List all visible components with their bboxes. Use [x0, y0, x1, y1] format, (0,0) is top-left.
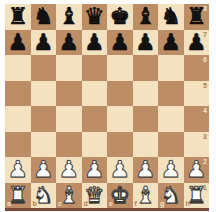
square-e6[interactable]	[107, 55, 133, 81]
square-b4[interactable]	[31, 106, 57, 132]
piece-black-pawn[interactable]: ♟	[186, 30, 207, 56]
square-h1[interactable]: ♜1h	[184, 183, 210, 209]
piece-white-knight[interactable]: ♞	[33, 183, 54, 209]
square-a3[interactable]	[5, 132, 31, 158]
square-d5[interactable]	[82, 81, 108, 107]
square-g3[interactable]	[158, 132, 184, 158]
square-d2[interactable]: ♟	[82, 157, 108, 183]
square-g5[interactable]	[158, 81, 184, 107]
square-f1[interactable]: ♝f	[133, 183, 159, 209]
square-g4[interactable]	[158, 106, 184, 132]
square-d4[interactable]	[82, 106, 108, 132]
piece-black-pawn[interactable]: ♟	[84, 30, 105, 56]
square-e4[interactable]	[107, 106, 133, 132]
rank-label-6: 6	[203, 56, 207, 63]
square-h4[interactable]: 4	[184, 106, 210, 132]
square-d7[interactable]: ♟	[82, 30, 108, 56]
piece-white-bishop[interactable]: ♝	[135, 183, 156, 209]
square-e2[interactable]: ♟	[107, 157, 133, 183]
square-b3[interactable]	[31, 132, 57, 158]
square-f6[interactable]	[133, 55, 159, 81]
piece-black-bishop[interactable]: ♝	[58, 4, 79, 30]
square-c2[interactable]: ♟	[56, 157, 82, 183]
piece-black-pawn[interactable]: ♟	[7, 30, 28, 56]
piece-black-rook[interactable]: ♜	[7, 4, 28, 30]
square-g8[interactable]: ♞	[158, 4, 184, 30]
square-e8[interactable]: ♚	[107, 4, 133, 30]
chess-board-frame: ♜♞♝♛♚♝♞♜8♟♟♟♟♟♟♟♟76543♟♟♟♟♟♟♟♟2♜a♞b♝c♛d♚…	[5, 4, 209, 211]
square-a4[interactable]	[5, 106, 31, 132]
piece-white-pawn[interactable]: ♟	[160, 157, 181, 183]
square-c7[interactable]: ♟	[56, 30, 82, 56]
square-a6[interactable]	[5, 55, 31, 81]
square-h7[interactable]: ♟7	[184, 30, 210, 56]
piece-white-knight[interactable]: ♞	[160, 183, 181, 209]
square-h8[interactable]: ♜8	[184, 4, 210, 30]
square-f2[interactable]: ♟	[133, 157, 159, 183]
square-b8[interactable]: ♞	[31, 4, 57, 30]
square-g6[interactable]	[158, 55, 184, 81]
square-c1[interactable]: ♝c	[56, 183, 82, 209]
square-a1[interactable]: ♜a	[5, 183, 31, 209]
piece-white-pawn[interactable]: ♟	[186, 157, 207, 183]
square-c8[interactable]: ♝	[56, 4, 82, 30]
square-b1[interactable]: ♞b	[31, 183, 57, 209]
piece-black-pawn[interactable]: ♟	[160, 30, 181, 56]
piece-black-queen[interactable]: ♛	[84, 4, 105, 30]
piece-white-pawn[interactable]: ♟	[84, 157, 105, 183]
square-e7[interactable]: ♟	[107, 30, 133, 56]
square-h3[interactable]: 3	[184, 132, 210, 158]
square-f8[interactable]: ♝	[133, 4, 159, 30]
square-c5[interactable]	[56, 81, 82, 107]
piece-white-bishop[interactable]: ♝	[58, 183, 79, 209]
piece-white-pawn[interactable]: ♟	[7, 157, 28, 183]
piece-black-pawn[interactable]: ♟	[109, 30, 130, 56]
piece-black-pawn[interactable]: ♟	[58, 30, 79, 56]
square-f5[interactable]	[133, 81, 159, 107]
square-f4[interactable]	[133, 106, 159, 132]
piece-white-pawn[interactable]: ♟	[135, 157, 156, 183]
square-b2[interactable]: ♟	[31, 157, 57, 183]
piece-black-bishop[interactable]: ♝	[135, 4, 156, 30]
square-d3[interactable]	[82, 132, 108, 158]
square-b5[interactable]	[31, 81, 57, 107]
square-h6[interactable]: 6	[184, 55, 210, 81]
piece-white-rook[interactable]: ♜	[186, 183, 207, 209]
piece-white-king[interactable]: ♚	[109, 183, 130, 209]
piece-black-pawn[interactable]: ♟	[135, 30, 156, 56]
square-a5[interactable]	[5, 81, 31, 107]
rank-label-3: 3	[203, 133, 207, 140]
piece-black-king[interactable]: ♚	[109, 4, 130, 30]
rank-label-4: 4	[203, 107, 207, 114]
square-b6[interactable]	[31, 55, 57, 81]
square-g2[interactable]: ♟	[158, 157, 184, 183]
piece-white-pawn[interactable]: ♟	[33, 157, 54, 183]
square-a8[interactable]: ♜	[5, 4, 31, 30]
square-e1[interactable]: ♚e	[107, 183, 133, 209]
square-c4[interactable]	[56, 106, 82, 132]
square-e3[interactable]	[107, 132, 133, 158]
square-g1[interactable]: ♞g	[158, 183, 184, 209]
square-c6[interactable]	[56, 55, 82, 81]
piece-white-rook[interactable]: ♜	[7, 183, 28, 209]
square-a2[interactable]: ♟	[5, 157, 31, 183]
square-f7[interactable]: ♟	[133, 30, 159, 56]
square-h5[interactable]: 5	[184, 81, 210, 107]
square-d1[interactable]: ♛d	[82, 183, 108, 209]
piece-black-pawn[interactable]: ♟	[33, 30, 54, 56]
square-a7[interactable]: ♟	[5, 30, 31, 56]
chess-board: ♜♞♝♛♚♝♞♜8♟♟♟♟♟♟♟♟76543♟♟♟♟♟♟♟♟2♜a♞b♝c♛d♚…	[5, 4, 209, 208]
rank-label-5: 5	[203, 82, 207, 89]
square-f3[interactable]	[133, 132, 159, 158]
square-h2[interactable]: ♟2	[184, 157, 210, 183]
piece-white-pawn[interactable]: ♟	[58, 157, 79, 183]
piece-black-rook[interactable]: ♜	[186, 4, 207, 30]
piece-white-queen[interactable]: ♛	[84, 183, 105, 209]
piece-white-pawn[interactable]: ♟	[109, 157, 130, 183]
square-e5[interactable]	[107, 81, 133, 107]
square-c3[interactable]	[56, 132, 82, 158]
square-d6[interactable]	[82, 55, 108, 81]
square-d8[interactable]: ♛	[82, 4, 108, 30]
square-g7[interactable]: ♟	[158, 30, 184, 56]
piece-black-knight[interactable]: ♞	[160, 4, 181, 30]
piece-black-knight[interactable]: ♞	[33, 4, 54, 30]
square-b7[interactable]: ♟	[31, 30, 57, 56]
